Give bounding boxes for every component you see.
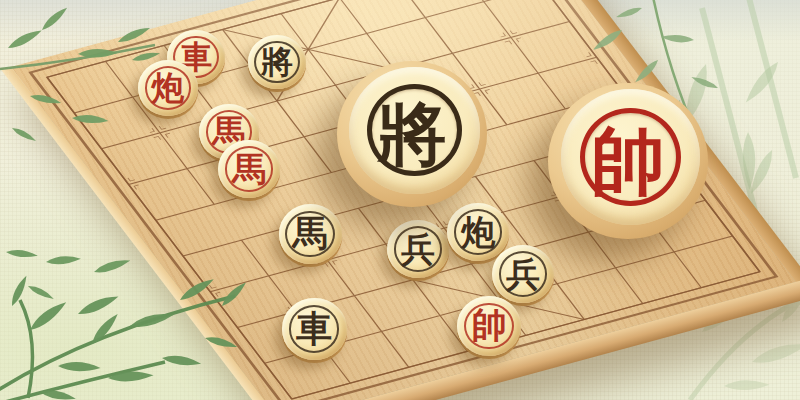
xiangqi-piece-black-horse[interactable]: 馬 (279, 204, 342, 263)
piece-character: 炮 (152, 71, 185, 104)
piece-character: 炮 (461, 215, 495, 249)
xiangqi-piece-red-cannon[interactable]: 炮 (138, 60, 198, 116)
xiangqi-piece-black-soldier-b[interactable]: 兵 (492, 245, 554, 303)
piece-character: 馬 (293, 216, 328, 251)
xiangqi-piece-black-general[interactable]: 將 (248, 35, 306, 90)
xiangqi-piece-featured-black-general[interactable]: 將 (337, 61, 487, 207)
xiangqi-piece-black-cannon[interactable]: 炮 (447, 203, 509, 261)
piece-character: 將 (378, 100, 447, 169)
piece-character: 帥 (591, 124, 665, 198)
piece-character: 將 (261, 46, 293, 78)
piece-character: 兵 (401, 232, 435, 266)
xiangqi-piece-black-soldier-a[interactable]: 兵 (387, 220, 449, 278)
piece-character: 兵 (506, 257, 540, 291)
xiangqi-piece-featured-red-general[interactable]: 帥 (548, 83, 708, 239)
piece-character: 馬 (232, 152, 266, 186)
xiangqi-piece-black-chariot[interactable]: 車 (282, 298, 347, 359)
scene: 車炮將馬馬馬兵炮兵車帥將帥 (0, 0, 800, 400)
piece-character: 車 (296, 311, 332, 347)
pieces-layer: 車炮將馬馬馬兵炮兵車帥將帥 (0, 0, 800, 400)
xiangqi-piece-red-horse-b[interactable]: 馬 (218, 140, 280, 198)
piece-character: 帥 (472, 308, 507, 343)
xiangqi-piece-red-general[interactable]: 帥 (457, 296, 521, 356)
